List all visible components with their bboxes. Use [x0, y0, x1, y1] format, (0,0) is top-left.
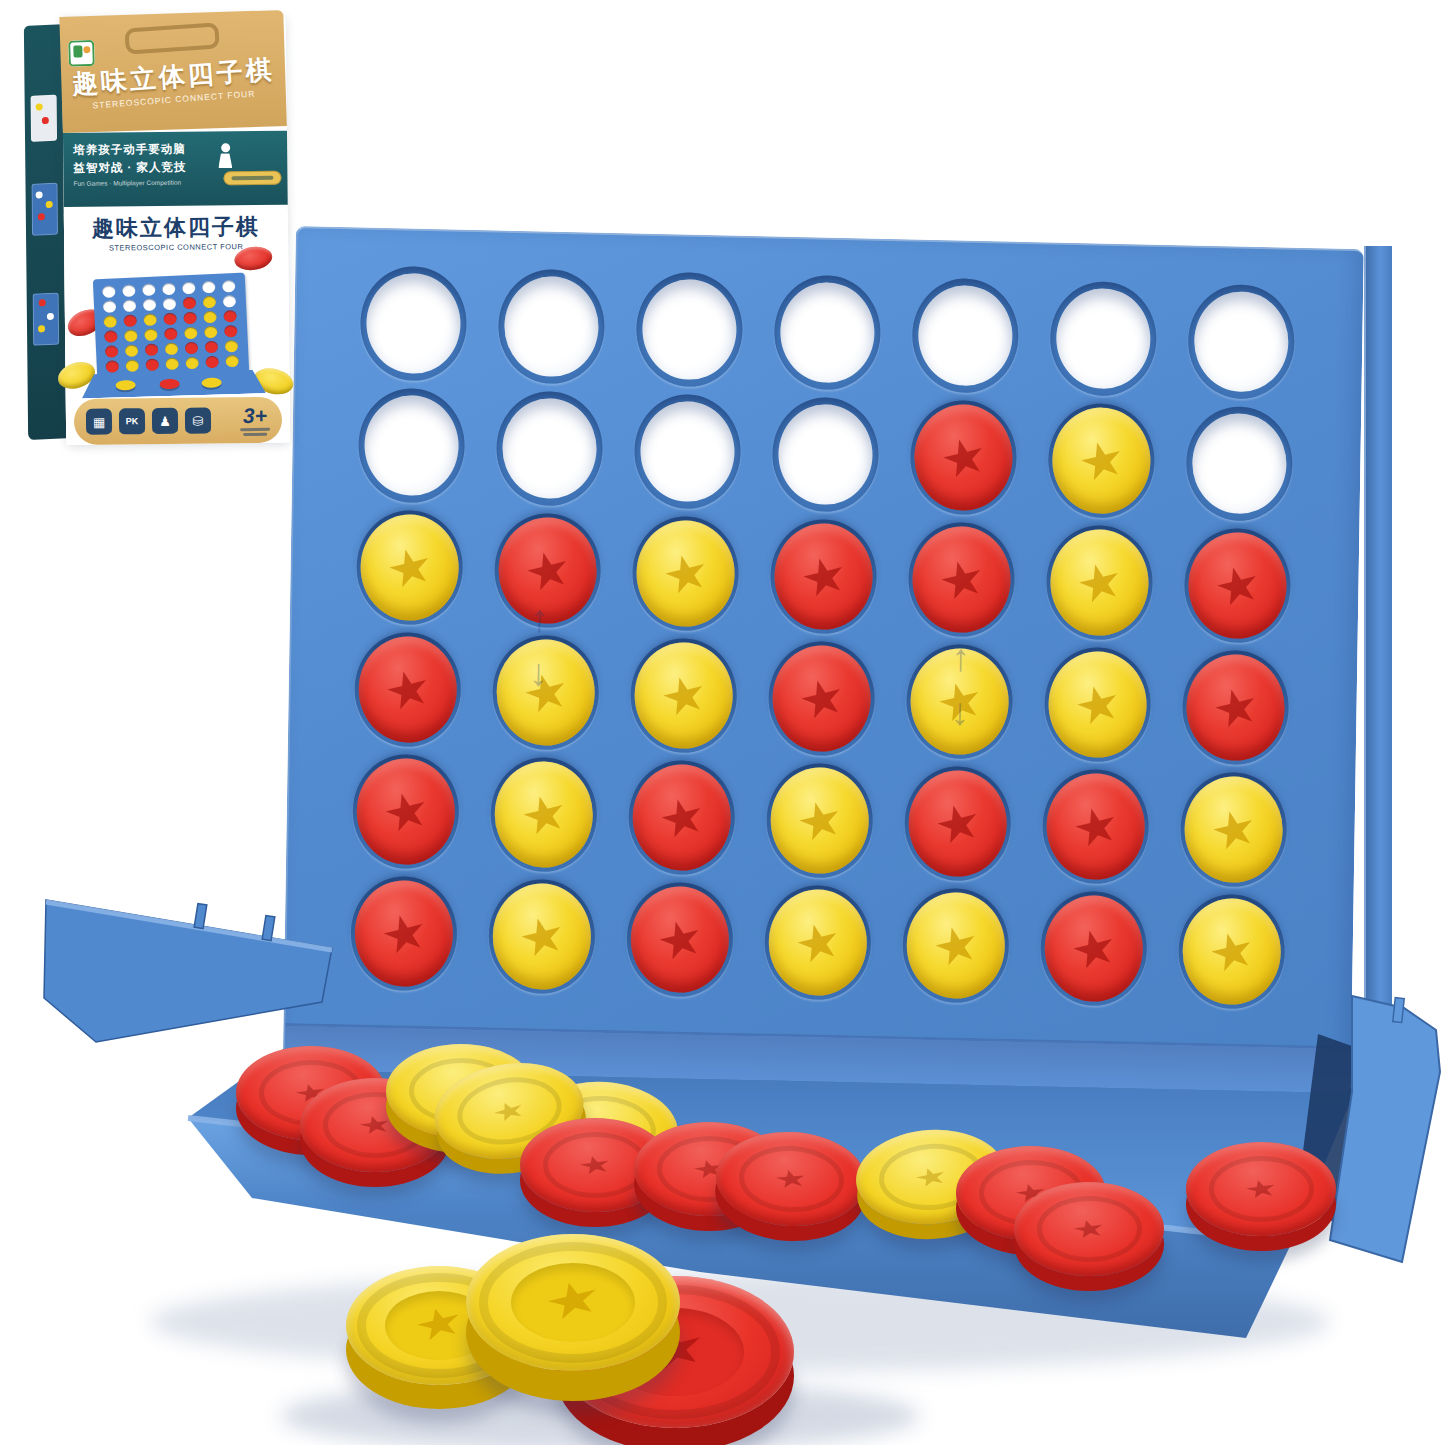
- mini-empty-hole: [222, 294, 236, 307]
- player-figure-icon: [217, 143, 233, 169]
- tray-left-wall-tab: [194, 904, 207, 929]
- mini-yellow-disc: [204, 325, 218, 338]
- age-fine-print: [243, 432, 267, 435]
- mini-red-disc: [164, 327, 178, 340]
- mini-empty-hole: [201, 280, 215, 293]
- box-side-thumbnail: [31, 95, 57, 142]
- mini-yellow-disc: [164, 342, 178, 355]
- icon-caption: [86, 429, 112, 432]
- age-fine-print: [240, 427, 270, 430]
- thumb-dot: [39, 299, 46, 306]
- tray-right-wall: [1330, 996, 1440, 1262]
- mini-red-disc: [184, 341, 198, 354]
- mini-empty-hole: [162, 297, 176, 310]
- mini-red-disc: [183, 311, 197, 324]
- tray-left-wall: [44, 900, 332, 1042]
- mini-empty-hole: [102, 285, 116, 298]
- red-disc-in-tray: ★: [714, 1128, 869, 1230]
- red-disc-thumb: [42, 117, 49, 124]
- red-disc-in-tray: ★: [1186, 1142, 1336, 1236]
- thumb-dot: [46, 201, 53, 208]
- box-side-thumbnail: [32, 183, 59, 236]
- icon-caption: [185, 428, 211, 431]
- mini-empty-hole: [182, 281, 196, 294]
- mini-empty-hole: [102, 300, 116, 313]
- box-side-thumbnail: [33, 293, 60, 346]
- tray-left-wall-tab: [262, 916, 275, 941]
- feature-band: ▦PK♟⛁ 3+: [74, 397, 282, 445]
- mini-red-disc: [104, 330, 118, 343]
- mini-red-disc: [145, 358, 159, 371]
- box-white-panel: 趣味立体四子棋 STEREOSCOPIC CONNECT FOUR: [64, 212, 290, 445]
- storage-icon: ⛁: [185, 407, 211, 433]
- star-emboss: ★: [770, 1164, 811, 1194]
- age-number: 3+: [240, 404, 270, 425]
- icon-caption: [152, 429, 178, 432]
- mini-yellow-disc: [184, 326, 198, 339]
- grid-icon: ▦: [86, 408, 112, 434]
- box-product-illustration: [64, 253, 289, 397]
- mini-yellow-disc: [185, 356, 199, 369]
- mini-yellow-disc: [103, 315, 117, 328]
- thumb-dot: [38, 325, 45, 332]
- mini-yellow-disc: [124, 344, 138, 357]
- pk-icon: PK: [119, 408, 145, 434]
- box-teal-band: 培养孩子动手要动脑 益智对战 · 家人竞技 Fun Games · Multip…: [63, 131, 288, 207]
- mini-empty-hole: [142, 298, 156, 311]
- mini-yellow-disc: [165, 357, 179, 370]
- thumb-dot: [38, 213, 45, 220]
- product-photo-scene: ★★★★★★★★★★★★★★★★★★★★★★★★★★★★★★ ↑ ↓ ↑ ↓ ★…: [0, 0, 1445, 1445]
- hang-slot: [124, 22, 220, 54]
- mini-red-disc: [223, 309, 237, 322]
- mini-empty-hole: [162, 282, 176, 295]
- mini-empty-hole: [122, 299, 136, 312]
- feature-icon-tiles: ▦PK♟⛁: [86, 407, 211, 434]
- mini-empty-hole: [142, 283, 156, 296]
- quality-badge: [223, 171, 281, 186]
- tray-right-wall-tab: [1393, 998, 1404, 1023]
- mini-red-disc: [205, 355, 219, 368]
- box-slogan-line1: 培养孩子动手要动脑: [73, 140, 279, 160]
- mini-red-disc: [123, 314, 137, 327]
- mini-red-disc: [182, 296, 196, 309]
- age-badge: 3+: [240, 404, 270, 435]
- mini-red-disc: [104, 345, 118, 358]
- mini-yellow-disc: [203, 310, 217, 323]
- red-disc-in-tray: ★: [1014, 1182, 1164, 1276]
- mini-tray-red-disc: [159, 379, 179, 390]
- mini-board: [93, 272, 249, 379]
- mini-red-disc: [204, 340, 218, 353]
- box-top-flap: 趣味立体四子棋 STEREOSCOPIC CONNECT FOUR: [59, 10, 287, 133]
- mini-yellow-disc: [202, 295, 216, 308]
- mini-yellow-disc: [144, 328, 158, 341]
- thumb-dot: [36, 191, 43, 198]
- figure-icon: ♟: [152, 408, 178, 434]
- mini-yellow-disc: [224, 339, 238, 352]
- mini-yellow-disc: [143, 313, 157, 326]
- product-box: 趣味立体四子棋 STEREOSCOPIC CONNECT FOUR 培养孩子动手…: [24, 15, 290, 446]
- mini-tray: [81, 369, 266, 398]
- thumb-dot: [47, 313, 54, 320]
- mini-tray-yellow-disc: [201, 377, 221, 388]
- box-front-face: 趣味立体四子棋 STEREOSCOPIC CONNECT FOUR 培养孩子动手…: [62, 15, 290, 445]
- mini-empty-hole: [221, 279, 235, 292]
- mini-yellow-disc: [124, 329, 138, 342]
- mini-red-disc: [224, 324, 238, 337]
- yellow-loose-disc: ★: [466, 1234, 680, 1371]
- box-panel-title: 趣味立体四子棋: [64, 212, 288, 244]
- mini-empty-hole: [122, 284, 136, 297]
- mini-board-grid: [98, 278, 242, 374]
- yellow-disc-thumb: [36, 103, 43, 110]
- mini-red-disc: [105, 360, 119, 373]
- mini-yellow-disc: [125, 359, 139, 372]
- mini-red-disc: [144, 343, 158, 356]
- brand-logo: [68, 40, 95, 67]
- mini-yellow-disc: [225, 354, 239, 367]
- mini-red-disc: [163, 312, 177, 325]
- mini-tray-yellow-disc: [115, 380, 135, 391]
- icon-caption: [119, 429, 145, 432]
